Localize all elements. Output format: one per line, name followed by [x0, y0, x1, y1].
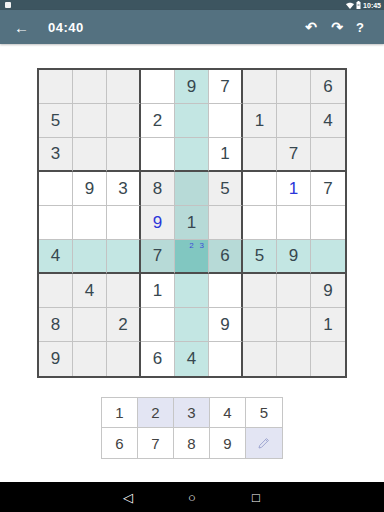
sudoku-cell-r6c9[interactable] — [311, 240, 345, 274]
sudoku-cell-r5c3[interactable] — [107, 206, 141, 240]
sudoku-cell-r3c1[interactable]: 3 — [39, 138, 73, 172]
sudoku-cell-r8c7[interactable] — [243, 308, 277, 342]
sudoku-cell-r2c7[interactable]: 1 — [243, 104, 277, 138]
sudoku-cell-r2c2[interactable] — [73, 104, 107, 138]
sudoku-cell-r8c2[interactable] — [73, 308, 107, 342]
note-digit: 2 — [186, 241, 196, 251]
numpad-button-3[interactable]: 3 — [174, 398, 210, 428]
numpad-button-2[interactable]: 2 — [138, 398, 174, 428]
clock-time: 10:45 — [363, 2, 381, 9]
sudoku-cell-r9c5[interactable]: 4 — [175, 342, 209, 376]
sudoku-cell-r2c8[interactable] — [277, 104, 311, 138]
sudoku-cell-r5c6[interactable] — [209, 206, 243, 240]
sudoku-cell-r7c6[interactable] — [209, 274, 243, 308]
sudoku-cell-r1c7[interactable] — [243, 70, 277, 104]
sudoku-cell-r6c4[interactable]: 7 — [141, 240, 175, 274]
sudoku-cell-r4c3[interactable]: 3 — [107, 172, 141, 206]
sudoku-cell-r3c9[interactable] — [311, 138, 345, 172]
sudoku-cell-r2c3[interactable] — [107, 104, 141, 138]
sudoku-cell-r4c7[interactable] — [243, 172, 277, 206]
android-nav-bar: ◁ ○ □ — [0, 482, 384, 512]
sudoku-cell-r5c5[interactable]: 1 — [175, 206, 209, 240]
notification-app-icon — [5, 2, 11, 8]
pencil-icon — [256, 435, 272, 451]
sudoku-board: 97652143179385179147236594198291964 — [37, 68, 347, 378]
wifi-icon — [346, 2, 354, 9]
sudoku-cell-r4c1[interactable] — [39, 172, 73, 206]
game-timer: 04:40 — [48, 20, 84, 35]
numpad-button-8[interactable]: 8 — [174, 428, 210, 458]
sudoku-cell-r8c4[interactable] — [141, 308, 175, 342]
sudoku-cell-r5c8[interactable] — [277, 206, 311, 240]
sudoku-cell-r1c3[interactable] — [107, 70, 141, 104]
sudoku-cell-r9c9[interactable] — [311, 342, 345, 376]
sudoku-cell-r2c4[interactable]: 2 — [141, 104, 175, 138]
note-digit — [197, 251, 207, 261]
sudoku-cell-r6c2[interactable] — [73, 240, 107, 274]
sudoku-cell-r3c3[interactable] — [107, 138, 141, 172]
sudoku-cell-r1c4[interactable] — [141, 70, 175, 104]
sudoku-cell-r3c4[interactable] — [141, 138, 175, 172]
sudoku-cell-r3c8[interactable]: 7 — [277, 138, 311, 172]
sudoku-cell-r9c6[interactable] — [209, 342, 243, 376]
sudoku-cell-r9c4[interactable]: 6 — [141, 342, 175, 376]
sudoku-cell-r8c3[interactable]: 2 — [107, 308, 141, 342]
sudoku-cell-r4c6[interactable]: 5 — [209, 172, 243, 206]
sudoku-cell-r3c2[interactable] — [73, 138, 107, 172]
sudoku-cell-r7c1[interactable] — [39, 274, 73, 308]
pencil-mode-button[interactable] — [246, 428, 282, 458]
sudoku-cell-r3c5[interactable] — [175, 138, 209, 172]
sudoku-cell-r8c8[interactable] — [277, 308, 311, 342]
numpad-button-7[interactable]: 7 — [138, 428, 174, 458]
back-arrow-icon[interactable]: ← — [14, 19, 34, 36]
sudoku-cell-r2c5[interactable] — [175, 104, 209, 138]
nav-home-icon[interactable]: ○ — [185, 490, 199, 505]
sudoku-cell-r7c2[interactable]: 4 — [73, 274, 107, 308]
note-digit: 3 — [197, 241, 207, 251]
note-digit — [197, 261, 207, 271]
nav-back-icon[interactable]: ◁ — [121, 490, 135, 505]
sudoku-cell-r5c7[interactable] — [243, 206, 277, 240]
numpad-button-1[interactable]: 1 — [102, 398, 138, 428]
numpad-button-5[interactable]: 5 — [246, 398, 282, 428]
sudoku-cell-r2c9[interactable]: 4 — [311, 104, 345, 138]
sudoku-cell-r6c7[interactable]: 5 — [243, 240, 277, 274]
note-digit — [176, 241, 186, 251]
sudoku-cell-r9c7[interactable] — [243, 342, 277, 376]
note-digit — [186, 261, 196, 271]
pencil-notes: 23 — [176, 241, 207, 271]
sudoku-cell-r1c1[interactable] — [39, 70, 73, 104]
sudoku-cell-r2c6[interactable] — [209, 104, 243, 138]
sudoku-cell-r5c9[interactable] — [311, 206, 345, 240]
sudoku-cell-r4c2[interactable]: 9 — [73, 172, 107, 206]
numpad-button-4[interactable]: 4 — [210, 398, 246, 428]
sudoku-cell-r8c9[interactable]: 1 — [311, 308, 345, 342]
sudoku-cell-r5c2[interactable] — [73, 206, 107, 240]
sudoku-cell-r2c1[interactable]: 5 — [39, 104, 73, 138]
sudoku-cell-r6c1[interactable]: 4 — [39, 240, 73, 274]
numpad-button-9[interactable]: 9 — [210, 428, 246, 458]
sudoku-cell-r7c8[interactable] — [277, 274, 311, 308]
sudoku-cell-r1c9[interactable]: 6 — [311, 70, 345, 104]
sudoku-cell-r7c5[interactable] — [175, 274, 209, 308]
sudoku-cell-r3c6[interactable]: 1 — [209, 138, 243, 172]
sudoku-cell-r4c4[interactable]: 8 — [141, 172, 175, 206]
sudoku-cell-r4c8[interactable]: 1 — [277, 172, 311, 206]
sudoku-cell-r9c3[interactable] — [107, 342, 141, 376]
sudoku-cell-r5c1[interactable] — [39, 206, 73, 240]
battery-icon — [356, 1, 361, 9]
numpad-button-6[interactable]: 6 — [102, 428, 138, 458]
sudoku-cell-r9c1[interactable]: 9 — [39, 342, 73, 376]
sudoku-cell-r6c3[interactable] — [107, 240, 141, 274]
sudoku-cell-r8c1[interactable]: 8 — [39, 308, 73, 342]
sudoku-cell-r8c6[interactable]: 9 — [209, 308, 243, 342]
sudoku-cell-r6c8[interactable]: 9 — [277, 240, 311, 274]
app-bar: ← 04:40 ↶ ↷ ? — [0, 10, 384, 44]
help-icon[interactable]: ? — [350, 20, 370, 35]
sudoku-cell-r7c4[interactable]: 1 — [141, 274, 175, 308]
status-bar: 10:45 — [0, 0, 384, 10]
sudoku-cell-r4c5[interactable] — [175, 172, 209, 206]
sudoku-cell-r9c8[interactable] — [277, 342, 311, 376]
sudoku-cell-r7c9[interactable]: 9 — [311, 274, 345, 308]
sudoku-cell-r6c5[interactable]: 23 — [175, 240, 209, 274]
undo-icon[interactable]: ↶ — [298, 19, 324, 35]
note-digit — [176, 261, 186, 271]
sudoku-cell-r7c3[interactable] — [107, 274, 141, 308]
redo-icon[interactable]: ↷ — [324, 19, 350, 35]
sudoku-cell-r4c9[interactable]: 7 — [311, 172, 345, 206]
nav-recents-icon[interactable]: □ — [249, 490, 263, 505]
sudoku-cell-r6c6[interactable]: 6 — [209, 240, 243, 274]
sudoku-cell-r1c8[interactable] — [277, 70, 311, 104]
sudoku-cell-r1c5[interactable]: 9 — [175, 70, 209, 104]
note-digit — [186, 251, 196, 261]
sudoku-cell-r1c2[interactable] — [73, 70, 107, 104]
sudoku-cell-r1c6[interactable]: 7 — [209, 70, 243, 104]
number-pad: 123456789 — [101, 397, 283, 459]
note-digit — [176, 251, 186, 261]
sudoku-cell-r7c7[interactable] — [243, 274, 277, 308]
sudoku-cell-r8c5[interactable] — [175, 308, 209, 342]
sudoku-cell-r3c7[interactable] — [243, 138, 277, 172]
sudoku-cell-r5c4[interactable]: 9 — [141, 206, 175, 240]
sudoku-cell-r9c2[interactable] — [73, 342, 107, 376]
